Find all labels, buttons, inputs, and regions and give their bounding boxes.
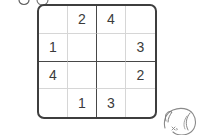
cell-r1c4[interactable] (126, 6, 155, 34)
cell-r1c2[interactable]: 2 (68, 6, 97, 34)
cell-r3c4[interactable]: 2 (126, 62, 155, 90)
cell-r3c1[interactable]: 4 (39, 62, 68, 90)
cell-r2c3[interactable] (97, 34, 126, 62)
cell-r2c1[interactable]: 1 (39, 34, 68, 62)
cell-r4c2[interactable]: 1 (68, 89, 97, 117)
bird-sketch-doodle-icon (161, 106, 199, 135)
cell-r2c2[interactable] (68, 34, 97, 62)
cell-r4c1[interactable] (39, 89, 68, 117)
cell-r4c3[interactable]: 3 (97, 89, 126, 117)
cell-r1c3[interactable]: 4 (97, 6, 126, 34)
cell-r3c3[interactable] (97, 62, 126, 90)
cell-r2c4[interactable]: 3 (126, 34, 155, 62)
cell-r4c4[interactable] (126, 89, 155, 117)
cell-r3c2[interactable] (68, 62, 97, 90)
cell-r1c1[interactable] (39, 6, 68, 34)
sudoku-board: 24134213 (37, 4, 157, 119)
